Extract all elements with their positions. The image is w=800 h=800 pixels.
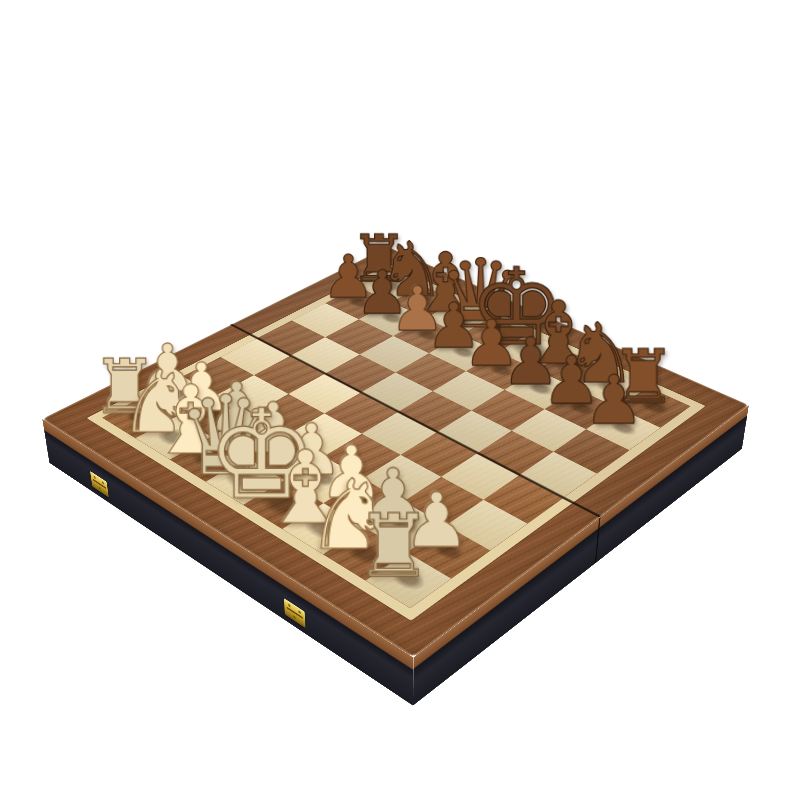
photo-stage: ♜♞♝♛♚♝♞♜♟♟♟♟♟♟♟♟♟♟♟♟♟♟♟♟♜♞♝♛♚♝♞♜ [0,0,800,800]
piece-black-pawn[interactable]: ♟ [532,367,696,435]
chess-set-box: ♜♞♝♛♚♝♞♜♟♟♟♟♟♟♟♟♟♟♟♟♟♟♟♟♜♞♝♛♚♝♞♜ [42,247,749,658]
piece-white-rook[interactable]: ♜ [300,502,488,589]
brass-clasp[interactable] [284,598,305,628]
brass-clasp[interactable] [90,471,109,498]
box-half-seam [595,517,601,564]
